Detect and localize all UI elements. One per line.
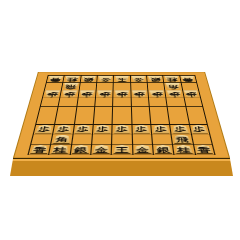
board-cell[interactable]: 歩 <box>113 90 131 98</box>
piece-kanji: 桂 <box>50 145 69 154</box>
shogi-piece[interactable]: 金 <box>131 76 146 82</box>
board-cell[interactable]: 金 <box>90 144 111 155</box>
board-cell[interactable]: 香 <box>193 144 216 155</box>
board-cell[interactable] <box>44 82 63 89</box>
shogi-piece[interactable]: 玉 <box>115 76 130 82</box>
piece-kanji: 玉 <box>115 76 130 82</box>
board-cell[interactable] <box>74 115 94 124</box>
board-cell[interactable] <box>149 115 169 124</box>
piece-kanji: 金 <box>134 145 152 154</box>
board-cell[interactable] <box>112 106 131 115</box>
board-cell[interactable] <box>113 82 130 89</box>
shogi-piece[interactable]: 歩 <box>35 125 54 134</box>
board-cell[interactable]: 金 <box>130 75 147 82</box>
shogi-piece[interactable]: 歩 <box>183 90 199 97</box>
board-cell[interactable] <box>30 134 52 144</box>
board-cell[interactable]: 玉 <box>113 75 130 82</box>
board-cell[interactable] <box>149 106 168 115</box>
piece-kanji: 歩 <box>35 125 54 134</box>
board-cell[interactable]: 歩 <box>77 90 95 98</box>
board-cell[interactable]: 角 <box>50 134 72 144</box>
piece-kanji: 香 <box>30 145 50 154</box>
board-cell[interactable]: 銀 <box>146 75 163 82</box>
board-cell[interactable]: 角 <box>164 82 182 89</box>
shogi-piece[interactable]: 歩 <box>74 125 92 134</box>
board-cell[interactable]: 銀 <box>152 144 174 155</box>
piece-kanji: 桂 <box>174 145 193 154</box>
board-cell[interactable]: 銀 <box>79 75 96 82</box>
piece-kanji: 金 <box>92 145 110 154</box>
board-cell[interactable]: 歩 <box>112 124 132 134</box>
board-cell[interactable]: 歩 <box>42 90 61 98</box>
shogi-piece[interactable]: 香 <box>30 145 50 154</box>
board-cell[interactable]: 飛 <box>61 82 79 89</box>
board-cell[interactable] <box>180 82 199 89</box>
board-cell[interactable]: 香 <box>179 75 197 82</box>
board-cell[interactable] <box>58 98 77 106</box>
piece-kanji: 角 <box>52 135 71 144</box>
piece-kanji: 歩 <box>94 125 111 134</box>
piece-kanji: 歩 <box>132 90 148 97</box>
shogi-piece[interactable]: 歩 <box>97 90 113 97</box>
shogi-piece[interactable]: 角 <box>165 83 181 90</box>
board-cell[interactable] <box>38 106 58 115</box>
board-cell[interactable] <box>167 106 187 115</box>
shogi-piece[interactable]: 歩 <box>94 125 111 134</box>
piece-kanji: 歩 <box>97 90 113 97</box>
shogi-piece[interactable]: 香 <box>195 145 214 154</box>
shogi-piece[interactable]: 金 <box>134 145 152 154</box>
shogi-piece[interactable]: 歩 <box>113 125 130 134</box>
shogi-piece[interactable]: 香 <box>47 76 63 82</box>
board-cell[interactable]: 桂 <box>48 144 70 155</box>
shogi-piece[interactable]: 歩 <box>44 90 61 97</box>
board-cell[interactable]: 歩 <box>182 90 201 98</box>
board-cell[interactable]: 歩 <box>131 124 151 134</box>
piece-kanji: 香 <box>47 76 63 82</box>
piece-kanji: 歩 <box>79 90 95 97</box>
board-cell[interactable]: 歩 <box>53 124 74 134</box>
shogi-piece[interactable]: 歩 <box>171 125 189 134</box>
piece-kanji: 歩 <box>152 125 170 134</box>
piece-kanji: 飛 <box>63 83 79 90</box>
shogi-piece[interactable]: 歩 <box>152 125 170 134</box>
shogi-piece[interactable]: 桂 <box>50 145 69 154</box>
board-cell[interactable]: 王 <box>111 144 132 155</box>
board-cell[interactable]: 歩 <box>92 124 112 134</box>
shogi-board: 香桂銀金玉金銀桂香飛角歩歩歩歩歩歩歩歩歩歩歩歩歩歩歩歩歩歩角飛香桂銀金王金銀桂香 <box>13 72 230 158</box>
shogi-piece[interactable]: 桂 <box>64 76 80 82</box>
piece-kanji: 歩 <box>183 90 199 97</box>
board-front-edge <box>10 158 233 176</box>
piece-kanji: 香 <box>180 76 195 82</box>
shogi-piece[interactable]: 歩 <box>149 90 165 97</box>
board-cell[interactable] <box>94 98 112 106</box>
board-cell[interactable]: 桂 <box>172 144 194 155</box>
shogi-piece[interactable]: 歩 <box>54 125 72 134</box>
piece-kanji: 歩 <box>74 125 92 134</box>
board-cell[interactable] <box>93 115 112 124</box>
shogi-piece[interactable]: 桂 <box>174 145 193 154</box>
shogi-piece[interactable]: 飛 <box>63 83 79 90</box>
board-cell[interactable] <box>112 98 130 106</box>
board-cell[interactable]: 歩 <box>130 90 148 98</box>
shogi-piece[interactable]: 銀 <box>71 145 90 154</box>
board-cell[interactable] <box>40 98 60 106</box>
board-cell[interactable] <box>185 106 205 115</box>
board-cell[interactable] <box>130 98 148 106</box>
shogi-piece[interactable]: 桂 <box>164 76 180 82</box>
board-cell[interactable]: 飛 <box>171 134 193 144</box>
shogi-piece[interactable]: 歩 <box>166 90 182 97</box>
board-cell[interactable]: 歩 <box>72 124 93 134</box>
piece-kanji: 銀 <box>71 145 90 154</box>
board-cell[interactable]: 歩 <box>169 124 190 134</box>
board-cell[interactable]: 金 <box>96 75 113 82</box>
piece-kanji: 歩 <box>61 90 77 97</box>
board-cell[interactable]: 歩 <box>150 124 171 134</box>
board-cell[interactable] <box>76 98 95 106</box>
board-cell[interactable] <box>71 134 92 144</box>
board-cell[interactable]: 香 <box>46 75 64 82</box>
board-cell[interactable] <box>91 134 112 144</box>
board-cell[interactable] <box>131 134 152 144</box>
piece-kanji: 金 <box>131 76 146 82</box>
shogi-piece[interactable]: 歩 <box>132 90 148 97</box>
board-cell[interactable]: 銀 <box>69 144 91 155</box>
board-cell[interactable] <box>130 82 147 89</box>
board-cell[interactable] <box>131 115 150 124</box>
board-cell[interactable]: 歩 <box>165 90 184 98</box>
board-cell[interactable] <box>78 82 96 89</box>
shogi-piece[interactable]: 銀 <box>154 145 173 154</box>
board-cell[interactable] <box>147 82 165 89</box>
board-cell[interactable] <box>56 106 76 115</box>
piece-kanji: 王 <box>113 145 131 154</box>
board-grid: 香桂銀金玉金銀桂香飛角歩歩歩歩歩歩歩歩歩歩歩歩歩歩歩歩歩歩角飛香桂銀金王金銀桂香 <box>27 75 215 155</box>
piece-kanji: 銀 <box>81 76 96 82</box>
board-cell[interactable] <box>187 115 208 124</box>
piece-kanji: 歩 <box>133 125 150 134</box>
shogi-piece[interactable]: 銀 <box>81 76 96 82</box>
shogi-piece[interactable]: 金 <box>92 145 110 154</box>
board-cell[interactable]: 歩 <box>95 90 113 98</box>
board-cell[interactable] <box>168 115 188 124</box>
piece-kanji: 金 <box>98 76 113 82</box>
board-cell[interactable]: 歩 <box>60 90 79 98</box>
board-cell[interactable]: 歩 <box>33 124 55 134</box>
shogi-piece[interactable]: 角 <box>52 135 71 144</box>
shogi-piece[interactable]: 歩 <box>61 90 77 97</box>
board-cell[interactable] <box>183 98 203 106</box>
board-cell[interactable]: 歩 <box>147 90 165 98</box>
board-cell[interactable] <box>151 134 172 144</box>
shogi-piece[interactable]: 王 <box>113 145 131 154</box>
piece-kanji: 銀 <box>148 76 163 82</box>
board-cell[interactable] <box>190 134 212 144</box>
piece-kanji: 銀 <box>154 145 173 154</box>
board-cell[interactable]: 香 <box>27 144 50 155</box>
shogi-piece[interactable]: 歩 <box>79 90 95 97</box>
piece-kanji: 歩 <box>54 125 72 134</box>
shogi-piece[interactable]: 銀 <box>148 76 163 82</box>
piece-kanji: 角 <box>165 83 181 90</box>
board-cell[interactable] <box>75 106 94 115</box>
shogi-piece[interactable]: 歩 <box>114 90 129 97</box>
board-cell[interactable] <box>96 82 113 89</box>
shogi-piece[interactable]: 飛 <box>173 135 192 144</box>
piece-kanji: 歩 <box>190 125 208 134</box>
shogi-piece[interactable]: 金 <box>98 76 113 82</box>
board-cell[interactable] <box>54 115 74 124</box>
board-cell[interactable]: 歩 <box>189 124 211 134</box>
piece-kanji: 桂 <box>64 76 80 82</box>
shogi-board-illustration: 香桂銀金玉金銀桂香飛角歩歩歩歩歩歩歩歩歩歩歩歩歩歩歩歩歩歩角飛香桂銀金王金銀桂香 <box>0 0 240 240</box>
board-cell[interactable] <box>148 98 167 106</box>
piece-kanji: 歩 <box>149 90 165 97</box>
board-cell[interactable] <box>131 106 150 115</box>
piece-kanji: 飛 <box>173 135 192 144</box>
piece-kanji: 歩 <box>44 90 61 97</box>
piece-kanji: 歩 <box>171 125 189 134</box>
board-cell[interactable]: 金 <box>132 144 153 155</box>
board-cell[interactable] <box>111 134 131 144</box>
board-cell[interactable] <box>94 106 113 115</box>
piece-kanji: 歩 <box>114 90 129 97</box>
shogi-piece[interactable]: 歩 <box>190 125 208 134</box>
board-cell[interactable] <box>112 115 131 124</box>
board-cell[interactable] <box>166 98 185 106</box>
piece-kanji: 桂 <box>164 76 180 82</box>
shogi-piece[interactable]: 歩 <box>133 125 150 134</box>
piece-kanji: 歩 <box>166 90 182 97</box>
piece-kanji: 歩 <box>113 125 130 134</box>
board-cell[interactable]: 桂 <box>162 75 180 82</box>
piece-kanji: 香 <box>195 145 214 154</box>
board-cell[interactable] <box>35 115 56 124</box>
board-cell[interactable]: 桂 <box>63 75 81 82</box>
shogi-piece[interactable]: 香 <box>180 76 195 82</box>
